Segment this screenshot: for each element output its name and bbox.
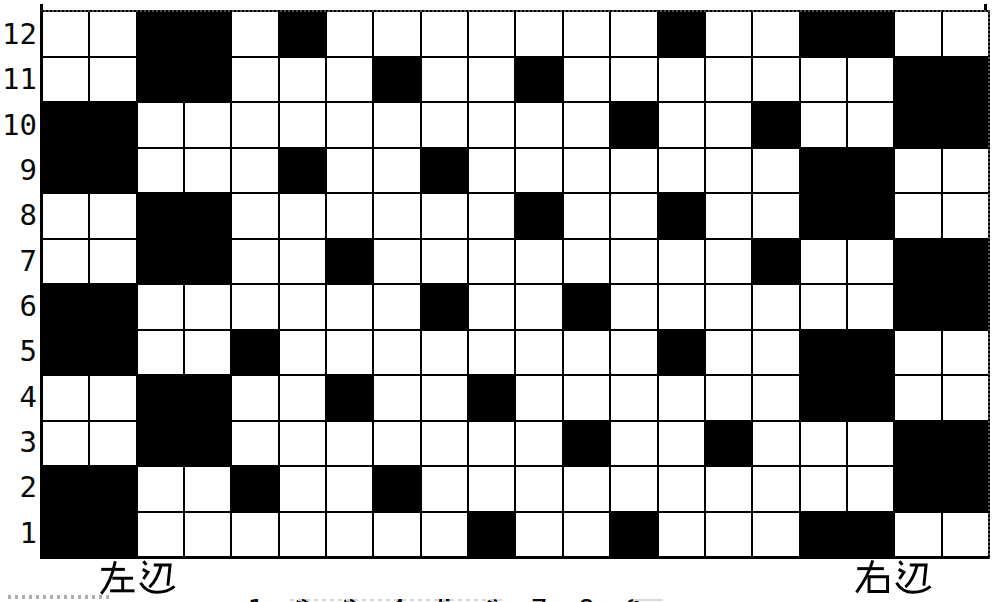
cell-r5c2: [90, 331, 135, 375]
cell-r5c1: [43, 331, 88, 375]
cell-r4c15: [706, 376, 751, 420]
cell-r2c15: [706, 467, 751, 511]
cell-r11c5: [232, 58, 277, 102]
cell-r4c1: [43, 376, 88, 420]
cell-r12c2: [90, 12, 135, 56]
cell-r8c10: [469, 194, 514, 238]
cell-r3c10: [469, 422, 514, 466]
cell-r6c5: [232, 285, 277, 329]
cell-r6c19: [895, 285, 940, 329]
cell-r6c14: [659, 285, 704, 329]
cell-r2c20: [943, 467, 988, 511]
cell-r3c7: [327, 422, 372, 466]
cell-r7c14: [659, 240, 704, 284]
cell-r7c3: [138, 240, 183, 284]
cell-r2c4: [185, 467, 230, 511]
cropped-print-artifact: [290, 599, 502, 601]
cell-r3c20: [943, 422, 988, 466]
cell-r9c14: [659, 149, 704, 193]
cell-r8c15: [706, 194, 751, 238]
cell-r8c20: [943, 194, 988, 238]
cell-r10c6: [280, 103, 325, 147]
cell-r5c11: [516, 331, 561, 375]
label-left-side-text: 左边: [137, 577, 138, 578]
cell-r7c11: [516, 240, 561, 284]
cell-r8c7: [327, 194, 372, 238]
cell-r7c1: [43, 240, 88, 284]
cell-r12c15: [706, 12, 751, 56]
cell-r6c17: [801, 285, 846, 329]
cell-r2c3: [138, 467, 183, 511]
cell-r8c3: [138, 194, 183, 238]
cell-r9c17: [801, 149, 846, 193]
cell-r10c14: [659, 103, 704, 147]
cell-r11c9: [422, 58, 467, 102]
cell-r1c8: [374, 513, 419, 557]
cell-r12c18: [848, 12, 893, 56]
cell-r1c15: [706, 513, 751, 557]
cell-r5c20: [943, 331, 988, 375]
cell-r9c3: [138, 149, 183, 193]
cell-r9c11: [516, 149, 561, 193]
cell-r11c14: [659, 58, 704, 102]
cell-r11c11: [516, 58, 561, 102]
cell-r7c17: [801, 240, 846, 284]
cell-r1c16: [753, 513, 798, 557]
cell-r7c13: [611, 240, 656, 284]
cell-r10c19: [895, 103, 940, 147]
cell-r8c13: [611, 194, 656, 238]
cell-r11c20: [943, 58, 988, 102]
cell-r7c15: [706, 240, 751, 284]
cell-r3c17: [801, 422, 846, 466]
cell-r11c2: [90, 58, 135, 102]
cell-r11c18: [848, 58, 893, 102]
cell-r9c2: [90, 149, 135, 193]
cell-r8c4: [185, 194, 230, 238]
cell-r5c18: [848, 331, 893, 375]
cell-r10c9: [422, 103, 467, 147]
col-label-1: 1: [232, 597, 279, 602]
cell-r2c17: [801, 467, 846, 511]
cell-r8c8: [374, 194, 419, 238]
row-label-7: 7: [0, 239, 37, 284]
cell-r3c19: [895, 422, 940, 466]
row-label-6: 6: [0, 284, 37, 329]
cell-r6c10: [469, 285, 514, 329]
cell-r12c12: [564, 12, 609, 56]
cell-r2c18: [848, 467, 893, 511]
cell-r11c15: [706, 58, 751, 102]
weaving-grid-diagram: 121110987654321 左边: [0, 0, 1000, 602]
cell-r1c18: [848, 513, 893, 557]
cell-r3c9: [422, 422, 467, 466]
cell-r12c7: [327, 12, 372, 56]
cell-r11c13: [611, 58, 656, 102]
cell-r1c7: [327, 513, 372, 557]
cell-r12c8: [374, 12, 419, 56]
cell-r8c11: [516, 194, 561, 238]
cell-r10c15: [706, 103, 751, 147]
cell-r7c7: [327, 240, 372, 284]
cell-r4c2: [90, 376, 135, 420]
cell-r5c9: [422, 331, 467, 375]
cell-r2c8: [374, 467, 419, 511]
cell-r5c17: [801, 331, 846, 375]
cell-r3c3: [138, 422, 183, 466]
cell-r10c17: [801, 103, 846, 147]
cell-r6c16: [753, 285, 798, 329]
cell-r9c8: [374, 149, 419, 193]
col-label-8: 8: [563, 597, 610, 602]
cell-r5c16: [753, 331, 798, 375]
cell-r4c3: [138, 376, 183, 420]
cell-r3c14: [659, 422, 704, 466]
cell-r4c10: [469, 376, 514, 420]
cell-r2c19: [895, 467, 940, 511]
cell-r7c18: [848, 240, 893, 284]
cell-r2c6: [280, 467, 325, 511]
label-right-side: 右边: [846, 558, 941, 597]
cell-r9c20: [943, 149, 988, 193]
cell-r8c19: [895, 194, 940, 238]
row-label-11: 11: [0, 57, 37, 102]
cell-r7c10: [469, 240, 514, 284]
cell-r2c13: [611, 467, 656, 511]
cell-r10c18: [848, 103, 893, 147]
cell-r10c2: [90, 103, 135, 147]
cell-r4c20: [943, 376, 988, 420]
cell-r10c12: [564, 103, 609, 147]
cell-r3c6: [280, 422, 325, 466]
cell-r6c12: [564, 285, 609, 329]
cell-r6c6: [280, 285, 325, 329]
cell-r10c10: [469, 103, 514, 147]
cell-r5c5: [232, 331, 277, 375]
cell-r3c8: [374, 422, 419, 466]
cell-r8c14: [659, 194, 704, 238]
cell-r11c6: [280, 58, 325, 102]
cell-r1c20: [943, 513, 988, 557]
cell-r4c11: [516, 376, 561, 420]
cell-r1c3: [138, 513, 183, 557]
cell-r12c20: [943, 12, 988, 56]
cell-r6c11: [516, 285, 561, 329]
cell-r5c6: [280, 331, 325, 375]
cell-r9c12: [564, 149, 609, 193]
cell-r10c16: [753, 103, 798, 147]
cell-r6c4: [185, 285, 230, 329]
cell-r2c12: [564, 467, 609, 511]
cell-r12c9: [422, 12, 467, 56]
cell-r2c5: [232, 467, 277, 511]
cell-r2c2: [90, 467, 135, 511]
cell-r4c14: [659, 376, 704, 420]
cell-r6c2: [90, 285, 135, 329]
cell-r6c7: [327, 285, 372, 329]
cell-r12c17: [801, 12, 846, 56]
cell-r12c5: [232, 12, 277, 56]
cell-r10c5: [232, 103, 277, 147]
cell-r6c18: [848, 285, 893, 329]
cell-r4c6: [280, 376, 325, 420]
cell-r11c8: [374, 58, 419, 102]
cell-r7c4: [185, 240, 230, 284]
row-label-2: 2: [0, 465, 37, 510]
cell-r12c10: [469, 12, 514, 56]
cell-r3c1: [43, 422, 88, 466]
cell-r9c16: [753, 149, 798, 193]
cell-r10c11: [516, 103, 561, 147]
cell-r1c17: [801, 513, 846, 557]
cell-r7c19: [895, 240, 940, 284]
cell-r3c13: [611, 422, 656, 466]
cell-r9c19: [895, 149, 940, 193]
cell-r5c19: [895, 331, 940, 375]
cell-r5c14: [659, 331, 704, 375]
cell-r11c3: [138, 58, 183, 102]
cell-r1c10: [469, 513, 514, 557]
cell-r3c18: [848, 422, 893, 466]
cell-r12c4: [185, 12, 230, 56]
cell-r9c1: [43, 149, 88, 193]
bian-char-glyph: [895, 558, 932, 597]
row-label-4: 4: [0, 375, 37, 420]
cell-r3c12: [564, 422, 609, 466]
cropped-print-artifact: [633, 599, 663, 601]
cell-r11c10: [469, 58, 514, 102]
cell-r8c9: [422, 194, 467, 238]
cell-r12c19: [895, 12, 940, 56]
cell-r8c17: [801, 194, 846, 238]
cell-r9c9: [422, 149, 467, 193]
cell-r12c11: [516, 12, 561, 56]
cell-r4c19: [895, 376, 940, 420]
cell-r6c1: [43, 285, 88, 329]
cell-r10c3: [138, 103, 183, 147]
cell-r1c9: [422, 513, 467, 557]
cell-r6c20: [943, 285, 988, 329]
cell-r5c7: [327, 331, 372, 375]
cell-r4c18: [848, 376, 893, 420]
cell-r5c15: [706, 331, 751, 375]
cell-r10c20: [943, 103, 988, 147]
cell-r5c13: [611, 331, 656, 375]
cell-r4c16: [753, 376, 798, 420]
pattern-grid: [40, 10, 990, 559]
cell-r4c4: [185, 376, 230, 420]
cell-r12c14: [659, 12, 704, 56]
cell-r9c6: [280, 149, 325, 193]
bian-char-glyph: [139, 558, 176, 597]
cell-r9c5: [232, 149, 277, 193]
cell-r1c19: [895, 513, 940, 557]
cell-r6c15: [706, 285, 751, 329]
cell-r12c1: [43, 12, 88, 56]
cell-r1c12: [564, 513, 609, 557]
cell-r2c16: [753, 467, 798, 511]
cell-r12c16: [753, 12, 798, 56]
cell-r11c16: [753, 58, 798, 102]
cell-r3c4: [185, 422, 230, 466]
cell-r11c12: [564, 58, 609, 102]
cell-r3c5: [232, 422, 277, 466]
cell-r10c8: [374, 103, 419, 147]
cell-r7c12: [564, 240, 609, 284]
row-label-8: 8: [0, 193, 37, 238]
row-label-1: 1: [0, 511, 37, 556]
cell-r8c5: [232, 194, 277, 238]
cell-r10c1: [43, 103, 88, 147]
cell-r6c13: [611, 285, 656, 329]
cell-r7c6: [280, 240, 325, 284]
cell-r3c15: [706, 422, 751, 466]
cell-r1c14: [659, 513, 704, 557]
cell-r1c13: [611, 513, 656, 557]
row-label-12: 12: [0, 12, 37, 57]
cell-r2c9: [422, 467, 467, 511]
cell-r12c3: [138, 12, 183, 56]
cell-r8c6: [280, 194, 325, 238]
cell-r4c7: [327, 376, 372, 420]
row-label-5: 5: [0, 329, 37, 374]
cell-r9c4: [185, 149, 230, 193]
cell-r10c13: [611, 103, 656, 147]
cell-r12c13: [611, 12, 656, 56]
cell-r6c3: [138, 285, 183, 329]
row-label-10: 10: [0, 103, 37, 148]
label-right-side-text: 右边: [893, 577, 894, 578]
cell-r9c18: [848, 149, 893, 193]
label-left-side: 左边: [90, 558, 185, 597]
cell-r3c11: [516, 422, 561, 466]
cell-r5c10: [469, 331, 514, 375]
cell-r7c8: [374, 240, 419, 284]
cell-r2c10: [469, 467, 514, 511]
cell-r10c7: [327, 103, 372, 147]
cell-r4c17: [801, 376, 846, 420]
cell-r7c16: [753, 240, 798, 284]
cell-r9c15: [706, 149, 751, 193]
cell-r7c2: [90, 240, 135, 284]
cell-r1c4: [185, 513, 230, 557]
cell-r2c11: [516, 467, 561, 511]
cell-r1c2: [90, 513, 135, 557]
cell-r5c12: [564, 331, 609, 375]
cell-r2c1: [43, 467, 88, 511]
cell-r8c2: [90, 194, 135, 238]
cell-r10c4: [185, 103, 230, 147]
cell-r8c12: [564, 194, 609, 238]
cell-r9c7: [327, 149, 372, 193]
row-label-9: 9: [0, 148, 37, 193]
cell-r7c9: [422, 240, 467, 284]
cell-r4c8: [374, 376, 419, 420]
cell-r1c11: [516, 513, 561, 557]
row-label-3: 3: [0, 420, 37, 465]
cell-r11c17: [801, 58, 846, 102]
cell-r8c18: [848, 194, 893, 238]
cell-r11c4: [185, 58, 230, 102]
col-label-7: 7: [516, 597, 563, 602]
cell-r4c12: [564, 376, 609, 420]
cell-r1c5: [232, 513, 277, 557]
cell-r6c9: [422, 285, 467, 329]
cell-r4c9: [422, 376, 467, 420]
cell-r1c1: [43, 513, 88, 557]
cell-r7c20: [943, 240, 988, 284]
you-char-glyph: [855, 558, 892, 597]
cell-r2c14: [659, 467, 704, 511]
zuo-char-glyph: [99, 558, 136, 597]
cell-r11c7: [327, 58, 372, 102]
cell-r8c16: [753, 194, 798, 238]
cell-r5c3: [138, 331, 183, 375]
cell-r9c10: [469, 149, 514, 193]
cell-r4c13: [611, 376, 656, 420]
cell-r3c16: [753, 422, 798, 466]
cell-r4c5: [232, 376, 277, 420]
cell-r11c1: [43, 58, 88, 102]
cell-r3c2: [90, 422, 135, 466]
cropped-print-artifact: [8, 595, 112, 599]
cell-r2c7: [327, 467, 372, 511]
cell-r7c5: [232, 240, 277, 284]
cell-r12c6: [280, 12, 325, 56]
column-labels: 左边 右边 123456789101112: [43, 558, 988, 600]
cell-r1c6: [280, 513, 325, 557]
cell-r11c19: [895, 58, 940, 102]
cell-r6c8: [374, 285, 419, 329]
cell-r9c13: [611, 149, 656, 193]
cell-r5c8: [374, 331, 419, 375]
cell-r8c1: [43, 194, 88, 238]
cell-r5c4: [185, 331, 230, 375]
